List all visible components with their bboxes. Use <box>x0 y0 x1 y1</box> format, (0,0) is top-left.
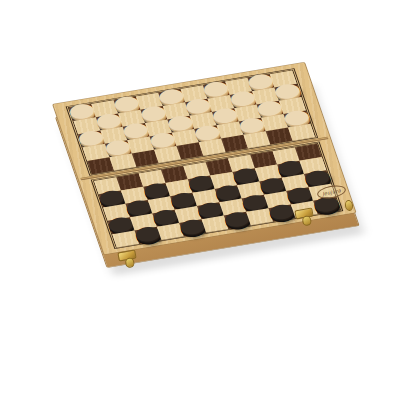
brass-clasp-right <box>294 208 313 220</box>
brass-clasp-left <box>117 250 136 262</box>
brand-stamp-label: Jeujura <box>322 187 342 196</box>
product-photo-stage: ●●●●●●●●●●●●●●●●●●●● ●●●●●●●●●●●●●●●●●●●… <box>0 0 400 400</box>
board-square[interactable]: ● <box>313 197 340 214</box>
checker-piece-light[interactable]: ● <box>283 108 310 125</box>
